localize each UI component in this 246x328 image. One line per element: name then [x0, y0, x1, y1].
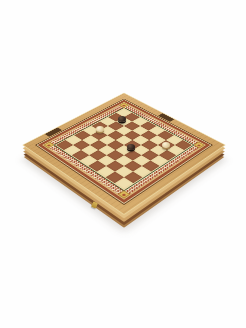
corner-motif: [43, 142, 54, 149]
product-photo: [0, 0, 246, 328]
corner-motif: [118, 190, 131, 198]
checker-piece-dark: [118, 116, 126, 122]
board-scene: [52, 73, 196, 217]
corner-motif: [119, 103, 129, 108]
border-dark-line: [35, 99, 213, 206]
checker-piece-light: [96, 126, 104, 132]
checker-piece-light: [162, 142, 170, 148]
corner-motif: [193, 142, 204, 149]
game-board: [22, 93, 226, 215]
checker-piece-dark: [127, 144, 135, 150]
